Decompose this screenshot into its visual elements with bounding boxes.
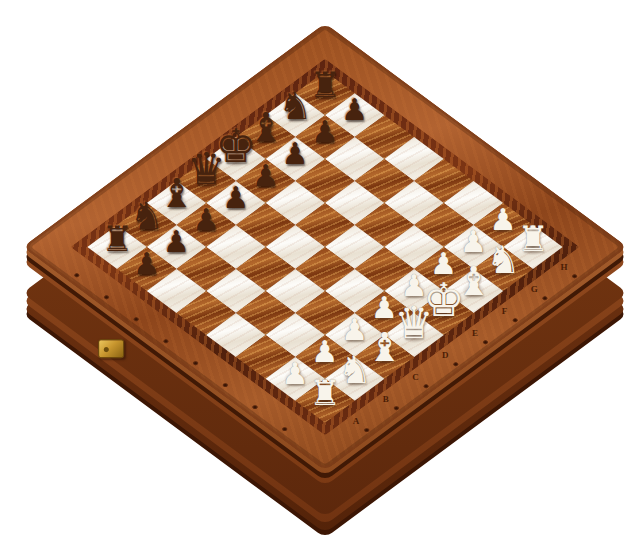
- peg-hole: [133, 317, 140, 322]
- peg-hole: [103, 295, 110, 300]
- peg-hole: [423, 384, 430, 389]
- peg-hole: [363, 428, 370, 433]
- peg-hole: [222, 383, 229, 388]
- peg-hole: [192, 361, 199, 366]
- file-label-g: G: [526, 284, 542, 298]
- file-label-h: H: [556, 262, 572, 276]
- peg-hole: [512, 318, 519, 323]
- peg-hole: [73, 273, 80, 278]
- file-label-b: B: [378, 394, 394, 408]
- file-label-f: F: [497, 306, 513, 320]
- file-label-e: E: [467, 328, 483, 342]
- brass-clasp-icon: [98, 339, 124, 358]
- file-label-a: A: [348, 416, 364, 430]
- chess-set-scene: ABCDEFGH ♜♟♟♜♞♟♟♞♝♟♟♝♚♟♟♚♛♟♟♛♝♟♟♝♞♟♟♞♜♟♟…: [0, 0, 640, 541]
- peg-hole: [482, 340, 489, 345]
- piece-glyph: ♜: [299, 376, 351, 411]
- file-label-d: D: [437, 350, 453, 364]
- peg-hole: [571, 274, 578, 279]
- peg-hole: [452, 362, 459, 367]
- file-label-c: C: [408, 372, 424, 386]
- peg-hole: [281, 426, 288, 431]
- peg-hole: [393, 406, 400, 411]
- peg-hole: [162, 339, 169, 344]
- board-box-top: ABCDEFGH ♜♟♟♜♞♟♟♞♝♟♟♝♚♟♟♚♛♟♟♛♝♟♟♝♞♟♟♞♜♟♟…: [22, 23, 627, 471]
- piece-glyph: ♟: [121, 249, 173, 279]
- peg-hole: [251, 405, 258, 410]
- peg-hole: [541, 296, 548, 301]
